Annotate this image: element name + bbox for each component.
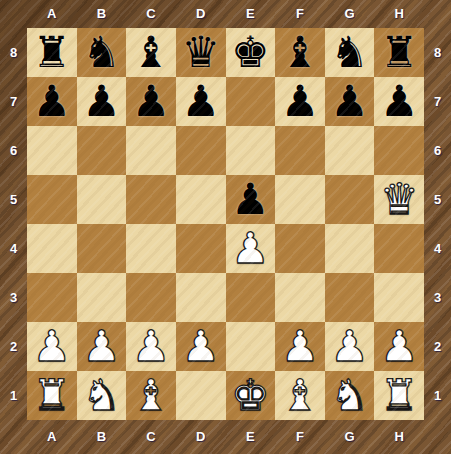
white-pawn[interactable]: ♟	[380, 322, 419, 371]
square-b6[interactable]	[77, 126, 127, 175]
black-pawn[interactable]: ♟	[132, 77, 171, 126]
rank-label-4: 4	[424, 224, 451, 273]
square-b2[interactable]: ♟	[77, 322, 127, 371]
square-h6[interactable]	[374, 126, 424, 175]
square-e5[interactable]: ♟	[226, 175, 276, 224]
file-label-g: G	[325, 422, 375, 450]
square-h8[interactable]: ♜	[374, 28, 424, 77]
square-g4[interactable]	[325, 224, 375, 273]
file-label-e: E	[226, 0, 276, 26]
rank-label-2: 2	[424, 322, 451, 371]
square-a4[interactable]	[27, 224, 77, 273]
square-c3[interactable]	[126, 273, 176, 322]
black-pawn[interactable]: ♟	[231, 175, 270, 224]
square-e4[interactable]: ♟	[226, 224, 276, 273]
square-g8[interactable]: ♞	[325, 28, 375, 77]
square-e1[interactable]: ♚	[226, 371, 276, 420]
file-label-d: D	[176, 0, 226, 26]
square-h1[interactable]: ♜	[374, 371, 424, 420]
white-pawn[interactable]: ♟	[33, 322, 72, 371]
black-pawn[interactable]: ♟	[33, 77, 72, 126]
square-g5[interactable]	[325, 175, 375, 224]
square-h5[interactable]: ♛	[374, 175, 424, 224]
white-pawn[interactable]: ♟	[181, 322, 220, 371]
square-h4[interactable]	[374, 224, 424, 273]
square-f6[interactable]	[275, 126, 325, 175]
square-e3[interactable]	[226, 273, 276, 322]
white-knight[interactable]: ♞	[330, 371, 369, 420]
square-g6[interactable]	[325, 126, 375, 175]
file-label-d: D	[176, 422, 226, 450]
black-pawn[interactable]: ♟	[82, 77, 121, 126]
file-label-a: A	[27, 422, 77, 450]
black-pawn[interactable]: ♟	[330, 77, 369, 126]
white-knight[interactable]: ♞	[82, 371, 121, 420]
square-g3[interactable]	[325, 273, 375, 322]
black-pawn[interactable]: ♟	[380, 77, 419, 126]
rank-label-7: 7	[0, 77, 27, 126]
white-bishop[interactable]: ♝	[281, 371, 320, 420]
square-d8[interactable]: ♛	[176, 28, 226, 77]
square-e2[interactable]	[226, 322, 276, 371]
rank-labels-left: 87654321	[0, 28, 27, 420]
black-queen[interactable]: ♛	[181, 28, 220, 77]
square-b8[interactable]: ♞	[77, 28, 127, 77]
black-rook[interactable]: ♜	[380, 28, 419, 77]
square-e7[interactable]	[226, 77, 276, 126]
black-pawn[interactable]: ♟	[281, 77, 320, 126]
square-g7[interactable]: ♟	[325, 77, 375, 126]
square-b1[interactable]: ♞	[77, 371, 127, 420]
white-queen[interactable]: ♛	[380, 175, 419, 224]
rank-label-1: 1	[0, 371, 27, 420]
file-label-c: C	[126, 0, 176, 26]
white-pawn[interactable]: ♟	[281, 322, 320, 371]
black-rook[interactable]: ♜	[33, 28, 72, 77]
chessboard-widget: ABCDEFGH ABCDEFGH 87654321 87654321 ♜♞♝♛…	[0, 0, 451, 454]
square-a8[interactable]: ♜	[27, 28, 77, 77]
white-rook[interactable]: ♜	[380, 371, 419, 420]
file-label-e: E	[226, 422, 276, 450]
black-bishop[interactable]: ♝	[281, 28, 320, 77]
square-c8[interactable]: ♝	[126, 28, 176, 77]
rank-label-6: 6	[424, 126, 451, 175]
square-h2[interactable]: ♟	[374, 322, 424, 371]
white-pawn[interactable]: ♟	[330, 322, 369, 371]
square-a1[interactable]: ♜	[27, 371, 77, 420]
square-d2[interactable]: ♟	[176, 322, 226, 371]
file-label-g: G	[325, 0, 375, 26]
square-a6[interactable]	[27, 126, 77, 175]
rank-label-2: 2	[0, 322, 27, 371]
file-label-h: H	[374, 422, 424, 450]
square-b7[interactable]: ♟	[77, 77, 127, 126]
square-c2[interactable]: ♟	[126, 322, 176, 371]
rank-label-3: 3	[424, 273, 451, 322]
square-d3[interactable]	[176, 273, 226, 322]
rank-label-8: 8	[424, 28, 451, 77]
square-g1[interactable]: ♞	[325, 371, 375, 420]
square-d6[interactable]	[176, 126, 226, 175]
file-label-c: C	[126, 422, 176, 450]
square-a2[interactable]: ♟	[27, 322, 77, 371]
square-e8[interactable]: ♚	[226, 28, 276, 77]
white-pawn[interactable]: ♟	[231, 224, 270, 273]
square-c6[interactable]	[126, 126, 176, 175]
black-knight[interactable]: ♞	[82, 28, 121, 77]
square-d1[interactable]	[176, 371, 226, 420]
square-a5[interactable]	[27, 175, 77, 224]
file-label-f: F	[275, 0, 325, 26]
square-h7[interactable]: ♟	[374, 77, 424, 126]
file-label-a: A	[27, 0, 77, 26]
chess-board: ♜♞♝♛♚♝♞♜♟♟♟♟♟♟♟♟♛♟♟♟♟♟♟♟♟♜♞♝♚♝♞♜	[27, 28, 424, 420]
rank-label-1: 1	[424, 371, 451, 420]
square-c4[interactable]	[126, 224, 176, 273]
rank-labels-right: 87654321	[424, 28, 451, 420]
white-pawn[interactable]: ♟	[82, 322, 121, 371]
file-labels-bottom: ABCDEFGH	[27, 422, 424, 450]
square-f7[interactable]: ♟	[275, 77, 325, 126]
black-king[interactable]: ♚	[231, 28, 270, 77]
square-f5[interactable]	[275, 175, 325, 224]
black-pawn[interactable]: ♟	[181, 77, 220, 126]
square-c7[interactable]: ♟	[126, 77, 176, 126]
square-h3[interactable]	[374, 273, 424, 322]
black-knight[interactable]: ♞	[330, 28, 369, 77]
square-c5[interactable]	[126, 175, 176, 224]
white-rook[interactable]: ♜	[33, 371, 72, 420]
file-labels-top: ABCDEFGH	[27, 0, 424, 26]
square-f3[interactable]	[275, 273, 325, 322]
rank-label-5: 5	[0, 175, 27, 224]
square-b4[interactable]	[77, 224, 127, 273]
white-bishop[interactable]: ♝	[132, 371, 171, 420]
file-label-b: B	[77, 0, 127, 26]
square-f8[interactable]: ♝	[275, 28, 325, 77]
white-pawn[interactable]: ♟	[132, 322, 171, 371]
rank-label-3: 3	[0, 273, 27, 322]
rank-label-4: 4	[0, 224, 27, 273]
file-label-h: H	[374, 0, 424, 26]
square-d4[interactable]	[176, 224, 226, 273]
square-b3[interactable]	[77, 273, 127, 322]
square-b5[interactable]	[77, 175, 127, 224]
square-c1[interactable]: ♝	[126, 371, 176, 420]
square-d7[interactable]: ♟	[176, 77, 226, 126]
file-label-b: B	[77, 422, 127, 450]
rank-label-6: 6	[0, 126, 27, 175]
black-bishop[interactable]: ♝	[132, 28, 171, 77]
square-a3[interactable]	[27, 273, 77, 322]
square-f1[interactable]: ♝	[275, 371, 325, 420]
file-label-f: F	[275, 422, 325, 450]
square-f2[interactable]: ♟	[275, 322, 325, 371]
rank-label-8: 8	[0, 28, 27, 77]
white-king[interactable]: ♚	[231, 371, 270, 420]
square-a7[interactable]: ♟	[27, 77, 77, 126]
square-e6[interactable]	[226, 126, 276, 175]
rank-label-7: 7	[424, 77, 451, 126]
square-f4[interactable]	[275, 224, 325, 273]
square-d5[interactable]	[176, 175, 226, 224]
square-g2[interactable]: ♟	[325, 322, 375, 371]
rank-label-5: 5	[424, 175, 451, 224]
